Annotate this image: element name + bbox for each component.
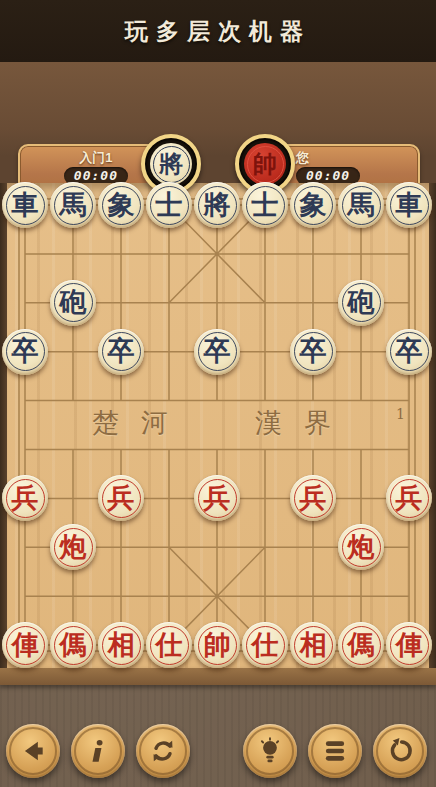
board-cell[interactable]: 傌 (49, 621, 97, 670)
red-piece-兵[interactable]: 兵 (98, 475, 144, 521)
piece-glyph: 相 (300, 631, 327, 658)
board-cell[interactable]: 士 (145, 181, 193, 230)
page-title: 玩多层次机器 (125, 16, 311, 47)
board-cell[interactable] (193, 278, 241, 327)
black-piece-士[interactable]: 士 (146, 182, 192, 228)
board-cell[interactable]: 仕 (241, 621, 289, 670)
piece-glyph: 炮 (348, 533, 375, 560)
piece-glyph: 俥 (396, 631, 423, 658)
bottom-toolbar (0, 724, 436, 778)
board-cell[interactable] (97, 425, 145, 474)
black-piece-馬[interactable]: 馬 (338, 182, 384, 228)
piece-glyph: 俥 (12, 631, 39, 658)
black-piece-砲[interactable]: 砲 (50, 280, 96, 326)
board-cell[interactable]: 兵 (97, 474, 145, 523)
title-bar: 玩多层次机器 (0, 0, 436, 62)
red-piece-兵[interactable]: 兵 (2, 475, 48, 521)
board-cell[interactable] (49, 425, 97, 474)
red-piece-相[interactable]: 相 (290, 622, 336, 668)
app-screen: 玩多层次机器 入门1 00:00 將 您 00:00 帥 (0, 0, 436, 787)
board-cell[interactable] (385, 572, 433, 621)
board-cell[interactable] (97, 278, 145, 327)
board-cell[interactable]: 兵 (193, 474, 241, 523)
undo-button[interactable] (373, 724, 427, 778)
black-piece-卒[interactable]: 卒 (194, 329, 240, 375)
board-cell[interactable] (97, 376, 145, 425)
board-cell[interactable]: 卒 (385, 327, 433, 376)
piece-glyph: 兵 (12, 484, 39, 511)
board-cell[interactable] (241, 229, 289, 278)
board-cell[interactable] (145, 572, 193, 621)
board-cell[interactable] (193, 425, 241, 474)
board-cell[interactable] (1, 278, 49, 327)
piece-glyph: 炮 (60, 533, 87, 560)
board-cell[interactable] (1, 523, 49, 572)
back-button[interactable] (6, 724, 60, 778)
board-cell[interactable] (145, 523, 193, 572)
opponent-name: 入门1 (79, 150, 112, 165)
board-cell[interactable] (241, 278, 289, 327)
board-cell[interactable] (289, 523, 337, 572)
board-cell[interactable] (337, 474, 385, 523)
board-cell[interactable]: 象 (289, 181, 337, 230)
board-cell[interactable] (385, 376, 433, 425)
piece-glyph: 馬 (348, 191, 375, 218)
player-band: 入门1 00:00 將 您 00:00 帥 (0, 62, 436, 183)
red-piece-仕[interactable]: 仕 (242, 622, 288, 668)
piece-glyph: 傌 (60, 631, 87, 658)
board-cell[interactable] (49, 572, 97, 621)
board-cell[interactable] (193, 376, 241, 425)
piece-glyph: 砲 (60, 288, 87, 315)
board-cell[interactable] (145, 278, 193, 327)
piece-glyph: 象 (300, 191, 327, 218)
black-piece-卒[interactable]: 卒 (290, 329, 336, 375)
board-cell[interactable]: 馬 (49, 181, 97, 230)
red-piece-兵[interactable]: 兵 (386, 475, 432, 521)
board-cell[interactable] (241, 572, 289, 621)
board-cell[interactable] (385, 229, 433, 278)
board-cell[interactable]: 兵 (385, 474, 433, 523)
board-cell[interactable] (241, 523, 289, 572)
board-cell[interactable] (97, 229, 145, 278)
board-cell[interactable] (49, 327, 97, 376)
board-cell[interactable]: 俥 (1, 621, 49, 670)
board-cell[interactable]: 砲 (49, 278, 97, 327)
board-cell[interactable] (145, 327, 193, 376)
red-piece-兵[interactable]: 兵 (290, 475, 336, 521)
board-cell[interactable]: 俥 (385, 621, 433, 670)
board-cell[interactable]: 炮 (49, 523, 97, 572)
board-cell[interactable] (145, 229, 193, 278)
piece-glyph: 仕 (156, 631, 183, 658)
board-cell[interactable]: 相 (97, 621, 145, 670)
board-cell[interactable] (1, 572, 49, 621)
piece-glyph: 卒 (396, 337, 423, 364)
red-piece-炮[interactable]: 炮 (50, 524, 96, 570)
board-cell[interactable]: 象 (97, 181, 145, 230)
piece-glyph: 車 (12, 191, 39, 218)
piece-glyph: 卒 (204, 337, 231, 364)
board-cell[interactable] (337, 572, 385, 621)
undo-circular-arrow-icon (386, 737, 414, 765)
board-cell[interactable] (49, 474, 97, 523)
board-cell[interactable]: 馬 (337, 181, 385, 230)
board-cell[interactable] (193, 523, 241, 572)
piece-glyph: 卒 (108, 337, 135, 364)
piece-glyph: 相 (108, 631, 135, 658)
board-cell[interactable] (49, 376, 97, 425)
board-cell[interactable] (1, 229, 49, 278)
red-piece-俥[interactable]: 俥 (386, 622, 432, 668)
board-cell[interactable] (289, 376, 337, 425)
board-cell[interactable]: 卒 (289, 327, 337, 376)
piece-glyph: 象 (108, 191, 135, 218)
black-piece-車[interactable]: 車 (2, 182, 48, 228)
board-cell[interactable]: 兵 (289, 474, 337, 523)
board-cell[interactable] (145, 474, 193, 523)
hint-button[interactable] (243, 724, 297, 778)
black-piece-卒[interactable]: 卒 (98, 329, 144, 375)
board-grid: 車馬象士將士象馬車砲砲卒卒卒卒卒兵兵兵兵兵炮炮俥傌相仕帥仕相傌俥 (1, 181, 433, 670)
board-cell[interactable] (193, 229, 241, 278)
board-cell[interactable] (241, 376, 289, 425)
board-cell[interactable] (145, 376, 193, 425)
red-piece-帥[interactable]: 帥 (194, 622, 240, 668)
board-cell[interactable] (289, 229, 337, 278)
board-cell[interactable]: 士 (241, 181, 289, 230)
board-cell[interactable] (49, 229, 97, 278)
black-piece-卒[interactable]: 卒 (2, 329, 48, 375)
menu-bars-icon (321, 737, 349, 765)
board-cell[interactable] (337, 327, 385, 376)
menu-button[interactable] (308, 724, 362, 778)
black-piece-將[interactable]: 將 (194, 182, 240, 228)
board-cell[interactable]: 卒 (193, 327, 241, 376)
board-cell[interactable] (97, 523, 145, 572)
board-cell[interactable] (385, 523, 433, 572)
xiangqi-board: 楚河 漢界 1 車馬象士將士象馬車砲砲卒卒卒卒卒兵兵兵兵兵炮炮俥傌相仕帥仕相傌俥 (0, 183, 436, 668)
board-cell[interactable] (337, 229, 385, 278)
board-cell[interactable]: 砲 (337, 278, 385, 327)
black-piece-象[interactable]: 象 (98, 182, 144, 228)
red-general-avatar-piece: 帥 (244, 143, 286, 185)
board-cell[interactable]: 卒 (97, 327, 145, 376)
black-piece-士[interactable]: 士 (242, 182, 288, 228)
board-cell[interactable] (385, 425, 433, 474)
board-cell[interactable] (289, 425, 337, 474)
piece-glyph: 砲 (348, 288, 375, 315)
black-piece-卒[interactable]: 卒 (386, 329, 432, 375)
piece-glyph: 兵 (204, 484, 231, 511)
cycle-arrows-icon (149, 737, 177, 765)
red-piece-兵[interactable]: 兵 (194, 475, 240, 521)
red-piece-炮[interactable]: 炮 (338, 524, 384, 570)
red-piece-傌[interactable]: 傌 (50, 622, 96, 668)
board-cell[interactable] (337, 425, 385, 474)
board-cell[interactable] (241, 474, 289, 523)
piece-glyph: 傌 (348, 631, 375, 658)
you-name: 您 (296, 150, 309, 165)
board-cell[interactable] (337, 376, 385, 425)
board-cell[interactable]: 傌 (337, 621, 385, 670)
red-piece-俥[interactable]: 俥 (2, 622, 48, 668)
piece-glyph: 士 (252, 191, 279, 218)
piece-glyph: 士 (156, 191, 183, 218)
info-button[interactable] (71, 724, 125, 778)
board-cell[interactable] (241, 425, 289, 474)
board-cell[interactable] (97, 572, 145, 621)
black-piece-象[interactable]: 象 (290, 182, 336, 228)
piece-glyph: 卒 (12, 337, 39, 364)
piece-glyph: 馬 (60, 191, 87, 218)
board-cell[interactable] (193, 572, 241, 621)
black-general-avatar-piece: 將 (150, 143, 192, 185)
board-cell[interactable]: 仕 (145, 621, 193, 670)
black-piece-馬[interactable]: 馬 (50, 182, 96, 228)
board-cell[interactable] (145, 425, 193, 474)
board-cell[interactable]: 帥 (193, 621, 241, 670)
board-cell[interactable] (289, 278, 337, 327)
back-arrow-icon (19, 737, 47, 765)
board-cell[interactable]: 車 (1, 181, 49, 230)
piece-glyph: 卒 (300, 337, 327, 364)
black-piece-砲[interactable]: 砲 (338, 280, 384, 326)
piece-glyph: 兵 (108, 484, 135, 511)
piece-glyph: 兵 (300, 484, 327, 511)
piece-glyph: 將 (204, 191, 231, 218)
board-cell[interactable]: 將 (193, 181, 241, 230)
board-cell[interactable]: 卒 (1, 327, 49, 376)
piece-glyph: 兵 (396, 484, 423, 511)
board-cell[interactable] (385, 278, 433, 327)
board-cell[interactable] (1, 376, 49, 425)
black-piece-車[interactable]: 車 (386, 182, 432, 228)
lightbulb-icon (256, 737, 284, 765)
board-cell[interactable]: 炮 (337, 523, 385, 572)
board-cell[interactable]: 車 (385, 181, 433, 230)
red-piece-仕[interactable]: 仕 (146, 622, 192, 668)
board-cell[interactable]: 相 (289, 621, 337, 670)
board-cell[interactable] (1, 425, 49, 474)
piece-glyph: 仕 (252, 631, 279, 658)
board-bottom-frame (0, 668, 436, 685)
board-cell[interactable]: 兵 (1, 474, 49, 523)
piece-glyph: 車 (396, 191, 423, 218)
red-piece-傌[interactable]: 傌 (338, 622, 384, 668)
piece-glyph: 帥 (204, 631, 231, 658)
red-piece-相[interactable]: 相 (98, 622, 144, 668)
board-cell[interactable] (241, 327, 289, 376)
board-cell[interactable] (289, 572, 337, 621)
info-icon (84, 737, 112, 765)
flip-button[interactable] (136, 724, 190, 778)
